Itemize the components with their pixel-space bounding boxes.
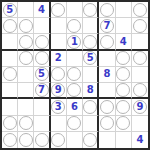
cell-r4c4[interactable] bbox=[67, 67, 83, 83]
odd-circle bbox=[51, 67, 65, 81]
odd-circle bbox=[67, 83, 81, 97]
cell-r6c3[interactable]: 3 bbox=[51, 99, 67, 115]
odd-circle bbox=[83, 35, 97, 49]
cell-r1c0[interactable] bbox=[2, 18, 18, 34]
cell-r7c8[interactable] bbox=[132, 116, 148, 132]
sudoku-board: 5471425587983694 bbox=[0, 0, 150, 150]
cell-r2c5[interactable] bbox=[83, 34, 99, 50]
odd-circle bbox=[83, 3, 97, 17]
cell-r4c3[interactable] bbox=[51, 67, 67, 83]
cell-r3c6[interactable] bbox=[99, 51, 115, 67]
odd-circle bbox=[116, 100, 130, 114]
cell-r5c5[interactable]: 8 bbox=[83, 83, 99, 99]
cell-r1c7[interactable] bbox=[116, 18, 132, 34]
cell-r6c5[interactable] bbox=[83, 99, 99, 115]
cell-r6c7[interactable] bbox=[116, 99, 132, 115]
odd-circle bbox=[83, 133, 97, 147]
cell-r0c7[interactable] bbox=[116, 2, 132, 18]
given-digit: 1 bbox=[71, 37, 78, 47]
odd-circle bbox=[3, 67, 17, 81]
cell-r7c6[interactable] bbox=[99, 116, 115, 132]
given-digit: 8 bbox=[87, 85, 94, 95]
cell-r4c0[interactable] bbox=[2, 67, 18, 83]
cell-r1c5[interactable] bbox=[83, 18, 99, 34]
given-digit: 7 bbox=[38, 85, 45, 95]
cell-r0c0[interactable]: 5 bbox=[2, 2, 18, 18]
cell-r0c6[interactable] bbox=[99, 2, 115, 18]
odd-circle bbox=[19, 116, 33, 130]
cell-r1c1[interactable] bbox=[18, 18, 34, 34]
given-digit: 5 bbox=[87, 53, 94, 63]
cell-r5c1[interactable] bbox=[18, 83, 34, 99]
cell-r6c4[interactable]: 6 bbox=[67, 99, 83, 115]
given-digit: 6 bbox=[71, 102, 78, 112]
cell-r0c4[interactable] bbox=[67, 2, 83, 18]
cell-r0c3[interactable] bbox=[51, 2, 67, 18]
cell-r2c6[interactable] bbox=[99, 34, 115, 50]
odd-circle bbox=[67, 116, 81, 130]
cell-r3c1[interactable] bbox=[18, 51, 34, 67]
cell-r6c8[interactable]: 9 bbox=[132, 99, 148, 115]
cell-r2c3[interactable] bbox=[51, 34, 67, 50]
odd-circle bbox=[133, 19, 147, 33]
cell-r6c6[interactable] bbox=[99, 99, 115, 115]
given-digit: 3 bbox=[55, 102, 62, 112]
cell-r6c2[interactable] bbox=[34, 99, 50, 115]
cell-r0c1[interactable] bbox=[18, 2, 34, 18]
cell-r8c0[interactable] bbox=[2, 132, 18, 148]
odd-circle bbox=[19, 133, 33, 147]
cell-r1c3[interactable] bbox=[51, 18, 67, 34]
cell-r7c0[interactable] bbox=[2, 116, 18, 132]
cell-r1c6[interactable]: 7 bbox=[99, 18, 115, 34]
cell-r4c1[interactable] bbox=[18, 67, 34, 83]
given-digit: 5 bbox=[6, 5, 13, 15]
odd-circle bbox=[83, 100, 97, 114]
cell-r0c2[interactable]: 4 bbox=[34, 2, 50, 18]
cell-r4c6[interactable]: 8 bbox=[99, 67, 115, 83]
cell-r1c8[interactable] bbox=[132, 18, 148, 34]
odd-circle bbox=[51, 3, 65, 17]
odd-circle bbox=[116, 51, 130, 65]
cell-r7c5[interactable] bbox=[83, 116, 99, 132]
cell-r8c1[interactable] bbox=[18, 132, 34, 148]
cell-r5c2[interactable]: 7 bbox=[34, 83, 50, 99]
cell-r6c1[interactable] bbox=[18, 99, 34, 115]
cell-r2c7[interactable]: 4 bbox=[116, 34, 132, 50]
odd-circle bbox=[100, 100, 114, 114]
odd-circle bbox=[133, 83, 147, 97]
cell-r8c4[interactable] bbox=[67, 132, 83, 148]
given-digit: 7 bbox=[103, 21, 110, 31]
cell-r4c8[interactable] bbox=[132, 67, 148, 83]
cell-r3c3[interactable]: 2 bbox=[51, 51, 67, 67]
given-digit: 2 bbox=[55, 53, 62, 63]
given-digit: 8 bbox=[103, 69, 110, 79]
odd-circle bbox=[67, 19, 81, 33]
cell-r4c5[interactable] bbox=[83, 67, 99, 83]
odd-circle bbox=[51, 133, 65, 147]
odd-circle bbox=[116, 116, 130, 130]
cell-r2c2[interactable] bbox=[34, 34, 50, 50]
odd-circle bbox=[3, 133, 17, 147]
cell-r1c4[interactable] bbox=[67, 18, 83, 34]
given-digit: 4 bbox=[136, 135, 143, 145]
odd-circle bbox=[100, 3, 114, 17]
odd-circle bbox=[133, 3, 147, 17]
cell-r7c1[interactable] bbox=[18, 116, 34, 132]
odd-circle bbox=[35, 133, 49, 147]
given-digit: 9 bbox=[136, 102, 143, 112]
given-digit: 5 bbox=[38, 69, 45, 79]
cell-r5c3[interactable]: 9 bbox=[51, 83, 67, 99]
cell-r8c8[interactable]: 4 bbox=[132, 132, 148, 148]
cell-r3c7[interactable] bbox=[116, 51, 132, 67]
cell-r8c5[interactable] bbox=[83, 132, 99, 148]
cell-r3c0[interactable] bbox=[2, 51, 18, 67]
cell-r6c0[interactable] bbox=[2, 99, 18, 115]
cell-r5c6[interactable] bbox=[99, 83, 115, 99]
given-digit: 4 bbox=[120, 37, 127, 47]
cell-r3c4[interactable] bbox=[67, 51, 83, 67]
odd-circle bbox=[133, 51, 147, 65]
cell-r0c5[interactable] bbox=[83, 2, 99, 18]
cell-r4c2[interactable]: 5 bbox=[34, 67, 50, 83]
odd-circle bbox=[116, 67, 130, 81]
cell-r2c1[interactable] bbox=[18, 34, 34, 50]
cell-r3c8[interactable] bbox=[132, 51, 148, 67]
cell-r7c7[interactable] bbox=[116, 116, 132, 132]
cell-r3c5[interactable]: 5 bbox=[83, 51, 99, 67]
odd-circle bbox=[19, 51, 33, 65]
cell-r8c2[interactable] bbox=[34, 132, 50, 148]
cell-r3c2[interactable] bbox=[34, 51, 50, 67]
given-digit: 9 bbox=[55, 85, 62, 95]
given-digit: 4 bbox=[38, 5, 45, 15]
odd-circle bbox=[35, 35, 49, 49]
cell-r7c3[interactable] bbox=[51, 116, 67, 132]
odd-circle bbox=[116, 83, 130, 97]
odd-circle bbox=[100, 116, 114, 130]
odd-circle bbox=[3, 116, 17, 130]
odd-circle bbox=[3, 19, 17, 33]
cell-r5c0[interactable] bbox=[2, 83, 18, 99]
cell-r2c0[interactable] bbox=[2, 34, 18, 50]
cell-r2c8[interactable] bbox=[132, 34, 148, 50]
cell-r8c7[interactable] bbox=[116, 132, 132, 148]
cell-r7c2[interactable] bbox=[34, 116, 50, 132]
odd-circle bbox=[19, 35, 33, 49]
cell-r8c3[interactable] bbox=[51, 132, 67, 148]
cell-r5c4[interactable] bbox=[67, 83, 83, 99]
cell-r5c7[interactable] bbox=[116, 83, 132, 99]
odd-circle bbox=[100, 35, 114, 49]
odd-circle bbox=[67, 67, 81, 81]
cell-r2c4[interactable]: 1 bbox=[67, 34, 83, 50]
cell-r4c7[interactable] bbox=[116, 67, 132, 83]
cell-r7c4[interactable] bbox=[67, 116, 83, 132]
odd-circle bbox=[19, 19, 33, 33]
cell-r5c8[interactable] bbox=[132, 83, 148, 99]
cell-r8c6[interactable] bbox=[99, 132, 115, 148]
cell-r0c8[interactable] bbox=[132, 2, 148, 18]
odd-circle bbox=[35, 51, 49, 65]
cell-r1c2[interactable] bbox=[34, 18, 50, 34]
